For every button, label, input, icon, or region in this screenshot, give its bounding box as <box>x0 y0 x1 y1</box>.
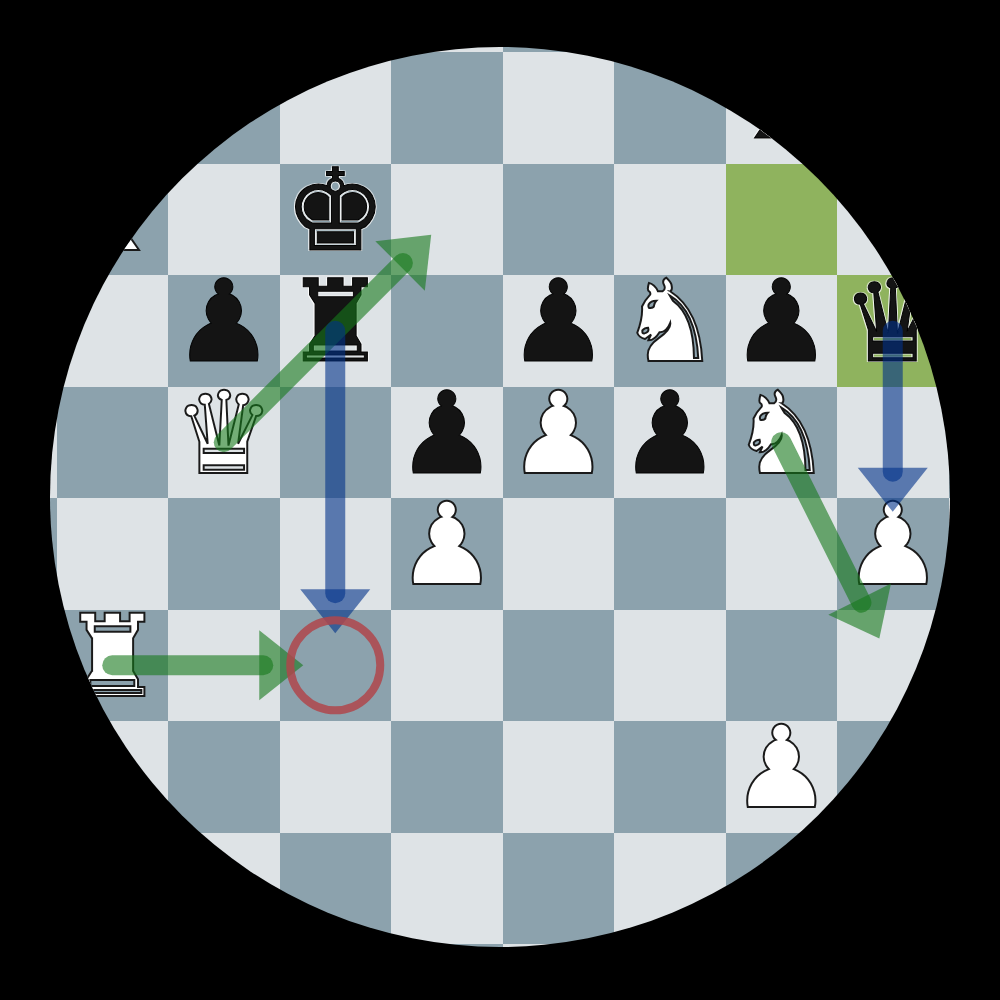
board-square[interactable] <box>280 833 392 945</box>
black-pawn[interactable]: ♟ <box>726 266 838 378</box>
white-pawn[interactable]: ♟ <box>837 489 949 601</box>
board-square[interactable] <box>949 164 1000 276</box>
screenshot-background: ♚♜♟♟♞♟♛♛♟♟♟♞♟♟♜♟♝♝ <box>0 0 1000 1000</box>
board-square[interactable] <box>503 610 615 722</box>
board-square[interactable] <box>0 275 57 387</box>
white-rook[interactable]: ♜ <box>57 601 169 713</box>
board-square[interactable] <box>57 275 169 387</box>
board-square[interactable] <box>503 833 615 945</box>
board-square[interactable] <box>391 833 503 945</box>
board-square[interactable] <box>614 721 726 833</box>
board-square[interactable] <box>391 721 503 833</box>
board-square[interactable] <box>503 0 615 52</box>
board-square[interactable] <box>280 944 392 1000</box>
board-square[interactable] <box>0 833 57 945</box>
white-bishop-partial[interactable]: ♝ <box>57 155 169 267</box>
board-square[interactable] <box>949 833 1000 945</box>
board-square[interactable] <box>0 164 57 276</box>
black-pawn[interactable]: ♟ <box>391 378 503 490</box>
board-square[interactable] <box>726 0 838 52</box>
board-square[interactable] <box>57 944 169 1000</box>
board-square[interactable] <box>168 944 280 1000</box>
board-square[interactable] <box>391 610 503 722</box>
board-square[interactable] <box>391 944 503 1000</box>
board-square[interactable] <box>949 275 1000 387</box>
board-square[interactable] <box>391 0 503 52</box>
board-circular-viewport: ♚♜♟♟♞♟♛♛♟♟♟♞♟♟♜♟♝♝ <box>0 0 1000 1000</box>
board-square[interactable] <box>614 610 726 722</box>
board-square[interactable] <box>0 387 57 499</box>
board-square[interactable] <box>949 387 1000 499</box>
board-square[interactable] <box>168 498 280 610</box>
white-pawn[interactable]: ♟ <box>726 712 838 824</box>
board-square[interactable] <box>168 52 280 164</box>
board-square[interactable] <box>280 387 392 499</box>
board-square[interactable] <box>949 721 1000 833</box>
board-square[interactable] <box>614 833 726 945</box>
board-square[interactable] <box>57 387 169 499</box>
board-square[interactable] <box>280 498 392 610</box>
board-square[interactable] <box>503 52 615 164</box>
black-bishop-partial[interactable]: ♝ <box>726 43 838 155</box>
board-square[interactable] <box>949 944 1000 1000</box>
board-square[interactable] <box>168 721 280 833</box>
board-square[interactable] <box>503 944 615 1000</box>
white-pawn[interactable]: ♟ <box>503 378 615 490</box>
board-square[interactable] <box>503 498 615 610</box>
board-square[interactable] <box>0 52 57 164</box>
board-square[interactable] <box>837 52 949 164</box>
black-pawn[interactable]: ♟ <box>614 378 726 490</box>
board-square[interactable] <box>614 944 726 1000</box>
white-knight[interactable]: ♞ <box>726 378 838 490</box>
board-square[interactable] <box>391 52 503 164</box>
black-king[interactable]: ♚ <box>280 155 392 267</box>
board-square[interactable] <box>837 0 949 52</box>
board-square[interactable] <box>726 833 838 945</box>
board-square[interactable] <box>391 164 503 276</box>
board-square[interactable] <box>949 0 1000 52</box>
board-square[interactable] <box>0 610 57 722</box>
board-square[interactable] <box>949 610 1000 722</box>
board-square[interactable] <box>837 833 949 945</box>
white-pawn[interactable]: ♟ <box>391 489 503 601</box>
board-square[interactable] <box>168 833 280 945</box>
board-square[interactable] <box>837 721 949 833</box>
board-square[interactable] <box>614 0 726 52</box>
board-square[interactable] <box>0 944 57 1000</box>
board-square[interactable] <box>726 944 838 1000</box>
board-square[interactable] <box>280 721 392 833</box>
board-square[interactable] <box>57 721 169 833</box>
board-square[interactable] <box>168 610 280 722</box>
board-square[interactable] <box>614 52 726 164</box>
board-square[interactable] <box>57 52 169 164</box>
board-square[interactable] <box>57 0 169 52</box>
board-square[interactable] <box>837 610 949 722</box>
board-square[interactable] <box>726 498 838 610</box>
black-queen[interactable]: ♛ <box>837 266 949 378</box>
board-square[interactable] <box>280 0 392 52</box>
board-square[interactable] <box>0 721 57 833</box>
black-pawn[interactable]: ♟ <box>503 266 615 378</box>
black-rook[interactable]: ♜ <box>280 266 392 378</box>
black-pawn[interactable]: ♟ <box>168 266 280 378</box>
white-knight[interactable]: ♞ <box>614 266 726 378</box>
board-square[interactable] <box>57 833 169 945</box>
board-square[interactable] <box>503 721 615 833</box>
board-square[interactable] <box>949 498 1000 610</box>
board-square[interactable] <box>614 498 726 610</box>
board-square[interactable] <box>949 52 1000 164</box>
board-square[interactable] <box>0 498 57 610</box>
board-square[interactable] <box>168 0 280 52</box>
white-queen[interactable]: ♛ <box>168 378 280 490</box>
board-square[interactable] <box>0 0 57 52</box>
board-square[interactable] <box>280 610 392 722</box>
board-square[interactable] <box>837 944 949 1000</box>
